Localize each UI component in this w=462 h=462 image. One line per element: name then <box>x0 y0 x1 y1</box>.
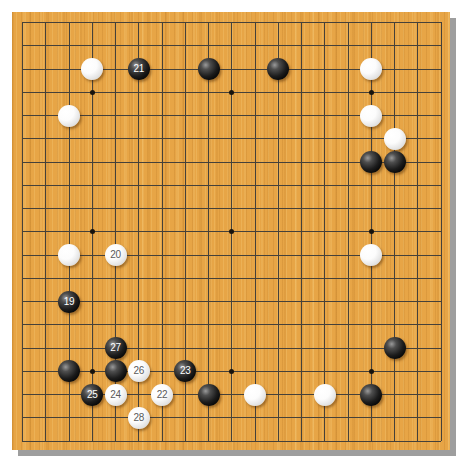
white-stone-move-28: 28 <box>128 407 150 429</box>
black-stone <box>105 360 127 382</box>
black-stone <box>384 337 406 359</box>
black-stone <box>58 360 80 382</box>
white-stone <box>81 58 103 80</box>
go-board[interactable]: 21201927262325242228 <box>12 12 450 450</box>
move-number-label: 27 <box>110 343 121 353</box>
move-number-label: 20 <box>110 250 121 260</box>
black-stone-move-23: 23 <box>174 360 196 382</box>
page: 21201927262325242228 <box>0 0 462 462</box>
move-number-label: 23 <box>180 366 191 376</box>
stone-layer: 21201927262325242228 <box>11 11 453 453</box>
white-stone <box>58 244 80 266</box>
black-stone <box>360 384 382 406</box>
black-stone <box>198 58 220 80</box>
move-number-label: 25 <box>87 390 98 400</box>
black-stone-move-27: 27 <box>105 337 127 359</box>
white-stone <box>58 105 80 127</box>
white-stone <box>384 128 406 150</box>
black-stone-move-19: 19 <box>58 291 80 313</box>
white-stone <box>244 384 266 406</box>
black-stone <box>384 151 406 173</box>
black-stone <box>267 58 289 80</box>
white-stone-move-26: 26 <box>128 360 150 382</box>
move-number-label: 26 <box>133 366 144 376</box>
move-number-label: 21 <box>133 64 144 74</box>
move-number-label: 19 <box>64 297 75 307</box>
white-stone <box>314 384 336 406</box>
move-number-label: 24 <box>110 390 121 400</box>
black-stone <box>360 151 382 173</box>
move-number-label: 28 <box>133 413 144 423</box>
white-stone <box>360 58 382 80</box>
move-number-label: 22 <box>157 390 168 400</box>
white-stone <box>360 105 382 127</box>
white-stone-move-22: 22 <box>151 384 173 406</box>
white-stone-move-20: 20 <box>105 244 127 266</box>
black-stone-move-25: 25 <box>81 384 103 406</box>
black-stone-move-21: 21 <box>128 58 150 80</box>
white-stone <box>360 244 382 266</box>
white-stone-move-24: 24 <box>105 384 127 406</box>
black-stone <box>198 384 220 406</box>
